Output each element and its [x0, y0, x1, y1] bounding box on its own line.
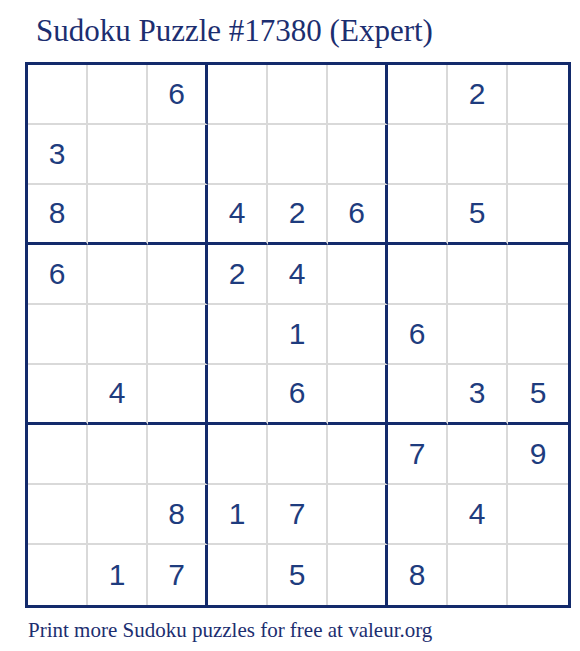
cell-r9c2[interactable]: 1 [88, 545, 148, 605]
cell-r7c8[interactable] [448, 425, 508, 485]
cell-r8c7[interactable] [388, 485, 448, 545]
cell-r8c9[interactable] [508, 485, 568, 545]
cell-r2c9[interactable] [508, 125, 568, 185]
cell-r7c1[interactable] [28, 425, 88, 485]
cell-r9c4[interactable] [208, 545, 268, 605]
cell-r4c8[interactable] [448, 245, 508, 305]
cell-r3c9[interactable] [508, 185, 568, 245]
cell-r1c4[interactable] [208, 65, 268, 125]
cell-r5c7[interactable]: 6 [388, 305, 448, 365]
cell-r3c3[interactable] [148, 185, 208, 245]
cell-r4c7[interactable] [388, 245, 448, 305]
cell-r9c1[interactable] [28, 545, 88, 605]
cell-r3c2[interactable] [88, 185, 148, 245]
cell-r2c4[interactable] [208, 125, 268, 185]
sudoku-board: 623842656241646357981741758 [25, 62, 571, 608]
cell-r9c9[interactable] [508, 545, 568, 605]
cell-r6c3[interactable] [148, 365, 208, 425]
cell-r3c4[interactable]: 4 [208, 185, 268, 245]
cell-r4c5[interactable]: 4 [268, 245, 328, 305]
cell-r7c4[interactable] [208, 425, 268, 485]
cell-r5c2[interactable] [88, 305, 148, 365]
cell-r1c8[interactable]: 2 [448, 65, 508, 125]
cell-r7c5[interactable] [268, 425, 328, 485]
cell-r3c6[interactable]: 6 [328, 185, 388, 245]
cell-r5c5[interactable]: 1 [268, 305, 328, 365]
cell-r8c5[interactable]: 7 [268, 485, 328, 545]
cell-r5c6[interactable] [328, 305, 388, 365]
page-title: Sudoku Puzzle #17380 (Expert) [36, 13, 580, 49]
cell-r1c3[interactable]: 6 [148, 65, 208, 125]
cell-r5c4[interactable] [208, 305, 268, 365]
page: Sudoku Puzzle #17380 (Expert) 6238426562… [0, 13, 580, 642]
cell-r5c9[interactable] [508, 305, 568, 365]
cell-r8c3[interactable]: 8 [148, 485, 208, 545]
cell-r9c6[interactable] [328, 545, 388, 605]
cell-r9c8[interactable] [448, 545, 508, 605]
cell-r8c6[interactable] [328, 485, 388, 545]
cell-r8c4[interactable]: 1 [208, 485, 268, 545]
cell-r1c5[interactable] [268, 65, 328, 125]
cell-r3c7[interactable] [388, 185, 448, 245]
cell-r9c7[interactable]: 8 [388, 545, 448, 605]
cell-r7c9[interactable]: 9 [508, 425, 568, 485]
cell-r6c8[interactable]: 3 [448, 365, 508, 425]
cell-r9c3[interactable]: 7 [148, 545, 208, 605]
cell-r6c1[interactable] [28, 365, 88, 425]
cell-r7c6[interactable] [328, 425, 388, 485]
cell-r3c8[interactable]: 5 [448, 185, 508, 245]
cell-r6c7[interactable] [388, 365, 448, 425]
cell-r1c1[interactable] [28, 65, 88, 125]
cell-r1c7[interactable] [388, 65, 448, 125]
cell-r5c3[interactable] [148, 305, 208, 365]
cell-r2c5[interactable] [268, 125, 328, 185]
cell-r7c2[interactable] [88, 425, 148, 485]
cell-r4c2[interactable] [88, 245, 148, 305]
cell-r2c2[interactable] [88, 125, 148, 185]
cell-r1c6[interactable] [328, 65, 388, 125]
cell-r7c3[interactable] [148, 425, 208, 485]
cell-r9c5[interactable]: 5 [268, 545, 328, 605]
cell-r2c8[interactable] [448, 125, 508, 185]
cell-r4c1[interactable]: 6 [28, 245, 88, 305]
cell-r6c5[interactable]: 6 [268, 365, 328, 425]
cell-r3c1[interactable]: 8 [28, 185, 88, 245]
cell-r8c2[interactable] [88, 485, 148, 545]
cell-r4c6[interactable] [328, 245, 388, 305]
cell-r6c4[interactable] [208, 365, 268, 425]
cell-r6c2[interactable]: 4 [88, 365, 148, 425]
cell-r2c6[interactable] [328, 125, 388, 185]
cell-r2c7[interactable] [388, 125, 448, 185]
cell-r3c5[interactable]: 2 [268, 185, 328, 245]
cell-r6c6[interactable] [328, 365, 388, 425]
cell-r2c3[interactable] [148, 125, 208, 185]
cell-r4c3[interactable] [148, 245, 208, 305]
cell-r2c1[interactable]: 3 [28, 125, 88, 185]
cell-r7c7[interactable]: 7 [388, 425, 448, 485]
cell-r4c4[interactable]: 2 [208, 245, 268, 305]
cell-r5c1[interactable] [28, 305, 88, 365]
cell-r8c8[interactable]: 4 [448, 485, 508, 545]
cell-r4c9[interactable] [508, 245, 568, 305]
cell-r8c1[interactable] [28, 485, 88, 545]
cell-r5c8[interactable] [448, 305, 508, 365]
footer-text: Print more Sudoku puzzles for free at va… [28, 618, 580, 642]
cell-r1c2[interactable] [88, 65, 148, 125]
cell-r1c9[interactable] [508, 65, 568, 125]
cell-r6c9[interactable]: 5 [508, 365, 568, 425]
